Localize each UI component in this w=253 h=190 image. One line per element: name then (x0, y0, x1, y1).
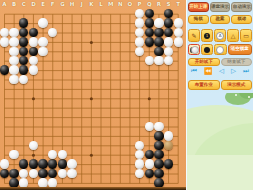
stone-black-R17 (154, 28, 163, 37)
step-forward-icon[interactable]: ▷ (231, 67, 236, 75)
star-point (90, 41, 93, 44)
stone-black-R16 (154, 37, 163, 46)
meadow (187, 155, 253, 190)
triangle-mark-icon: △ (231, 32, 236, 39)
stone-black-R3 (154, 159, 163, 168)
stone-white-E18 (38, 18, 47, 27)
coordinate-label: F (48, 0, 58, 8)
stone-black-R4 (154, 150, 163, 159)
coordinate-label: S (164, 0, 174, 8)
stone-white-A3 (0, 159, 9, 168)
black-stone-mode-button[interactable] (201, 44, 213, 55)
coordinate-label: D (28, 0, 38, 8)
stone-white-P3 (135, 159, 144, 168)
alternate-stone-mode-button[interactable] (188, 44, 200, 55)
coordinate-label: B (9, 0, 19, 8)
coordinate-label: C (19, 0, 29, 8)
star-point (148, 97, 151, 100)
step-back-icon[interactable]: ◁ (219, 67, 224, 75)
auto-demo-button[interactable]: 自动演示 (231, 2, 252, 12)
landscape-background (187, 93, 253, 190)
stone-white-B15 (9, 47, 18, 56)
homework-row: 布置作业 演示模式 (188, 80, 252, 90)
undo-button[interactable]: 悔棋 (188, 15, 209, 24)
coordinate-label: K (86, 0, 96, 8)
stone-white-T18 (174, 18, 183, 27)
pencil-icon: ✎ (191, 32, 196, 39)
clear-board-button[interactable]: 清空棋盘 (228, 44, 252, 55)
lesson-plan-button[interactable]: 教案 (210, 15, 231, 24)
stone-white-B17 (9, 28, 18, 37)
start-trial-button[interactable]: 开始试下 (188, 58, 220, 67)
coordinate-label: M (106, 0, 116, 8)
go-board[interactable]: ABCDEFGHJKLMNOPQRST (0, 0, 186, 190)
stone-white-S16 (164, 37, 173, 46)
end-trial-button[interactable]: 结束试下 (221, 58, 253, 67)
go-to-start-icon[interactable]: ⏮ (191, 67, 197, 75)
class-demo-button[interactable]: 课堂演示 (210, 2, 231, 12)
trial-play-row: 开始试下 结束试下 (188, 58, 252, 67)
white-stone-icon (216, 46, 224, 54)
annotation-tool-row: ✎ 1 A △ ▭ (188, 29, 252, 42)
coordinate-label: T (173, 0, 183, 8)
go-classroom-app: ABCDEFGHJKLMNOPQRST 开始上课 课堂演示 自动演示 悔棋 教案… (0, 0, 253, 190)
star-point (90, 154, 93, 157)
pen-tool-button[interactable]: ✎ (188, 29, 200, 42)
flower-dot (235, 94, 237, 96)
coordinate-label: O (125, 0, 135, 8)
stone-white-R18 (154, 18, 163, 27)
stone-black-D3 (29, 159, 38, 168)
letter-mark-icon: A (216, 32, 224, 40)
stone-white-Q7 (145, 122, 154, 131)
control-panel: 开始上课 课堂演示 自动演示 悔棋 教案 棋谱 ✎ 1 A △ ▭ 清空棋盘 开… (186, 0, 253, 190)
fast-rewind-icon[interactable]: ⏪ (204, 67, 212, 75)
stone-white-B12 (9, 75, 18, 84)
stone-black-R6 (154, 131, 163, 140)
secondary-button-row: 悔棋 教案 棋谱 (188, 15, 252, 24)
stone-black-Q18 (145, 18, 154, 27)
stone-white-P18 (135, 18, 144, 27)
stone-white-E16 (38, 37, 47, 46)
coordinate-label: G (57, 0, 67, 8)
stone-white-H3 (67, 159, 76, 168)
triangle-mark-button[interactable]: △ (227, 29, 239, 42)
black-white-stones-icon (190, 46, 199, 53)
eraser-button[interactable]: ▭ (240, 29, 252, 42)
stone-black-Q2 (145, 169, 154, 178)
stone-white-D5 (29, 141, 38, 150)
start-class-button[interactable]: 开始上课 (188, 2, 209, 12)
stone-black-G3 (58, 159, 67, 168)
go-to-end-icon[interactable]: ⏭ (243, 67, 249, 75)
white-stone-mode-button[interactable] (214, 44, 226, 55)
coordinate-label: H (67, 0, 77, 8)
stone-black-E2 (38, 169, 47, 178)
stone-white-B13 (9, 65, 18, 74)
coordinate-label: Q (144, 0, 154, 8)
stone-black-B2 (9, 169, 18, 178)
stone-white-R7 (154, 122, 163, 131)
stone-black-D15 (29, 47, 38, 56)
stone-white-S6 (164, 131, 173, 140)
stone-black-Q17 (145, 28, 154, 37)
demo-mode-button[interactable]: 演示模式 (221, 80, 253, 90)
stone-white-A16 (0, 37, 9, 46)
game-record-button[interactable]: 棋谱 (231, 15, 252, 24)
stone-white-T16 (174, 37, 183, 46)
board-edge-shadow (0, 187, 186, 190)
eraser-icon: ▭ (243, 32, 249, 39)
coordinate-label: P (135, 0, 145, 8)
stone-black-S3 (164, 159, 173, 168)
stone-white-P16 (135, 37, 144, 46)
stone-black-Q16 (145, 37, 154, 46)
stone-white-T17 (174, 28, 183, 37)
class-button-row: 开始上课 课堂演示 自动演示 (188, 2, 252, 12)
stone-black-R2 (154, 169, 163, 178)
coordinate-label: A (0, 0, 10, 8)
stone-black-R15 (154, 47, 163, 56)
star-point (32, 97, 35, 100)
star-point (90, 97, 93, 100)
coordinate-label: J (77, 0, 87, 8)
number-mark-icon: 1 (204, 33, 210, 39)
coordinate-label: E (38, 0, 48, 8)
number-mark-button[interactable]: 1 (201, 29, 213, 42)
stone-black-E3 (38, 159, 47, 168)
stone-white-Q3 (145, 159, 154, 168)
stone-black-S18 (164, 18, 173, 27)
stone-white-E15 (38, 47, 47, 56)
stone-white-B16 (9, 37, 18, 46)
coordinate-label: R (154, 0, 164, 8)
black-stone-icon (204, 47, 210, 53)
coordinate-label: L (96, 0, 106, 8)
star-point (32, 154, 35, 157)
flower-dot (248, 96, 250, 98)
letter-mark-button[interactable]: A (214, 29, 226, 42)
stone-black-A13 (0, 65, 9, 74)
coordinate-label: N (115, 0, 125, 8)
stone-black-R5 (154, 141, 163, 150)
assign-homework-button[interactable]: 布置作业 (188, 80, 220, 90)
navigation-row: ⏮ ⏪ ◁ ▷ ⏭ (188, 67, 252, 75)
stone-white-H2 (67, 169, 76, 178)
stone-white-D13 (29, 65, 38, 74)
stone-white-D16 (29, 37, 38, 46)
stone-mode-row: 清空棋盘 (188, 44, 252, 55)
stone-white-R14 (154, 56, 163, 65)
stone-black-C16 (19, 37, 28, 46)
